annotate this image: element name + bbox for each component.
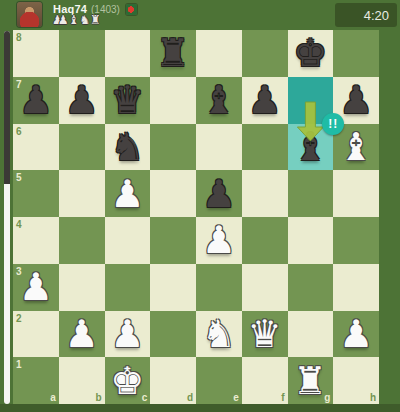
square-c5[interactable]: ♟ [105,170,151,217]
piece-black-king[interactable]: ♚ [288,30,334,77]
captured-rook-icon: ♜ [90,14,101,26]
flag-icon [126,4,137,15]
piece-black-pawn[interactable]: ♟ [196,170,242,217]
file-label-g: g [324,392,330,403]
rank-label-5: 5 [16,172,22,183]
piece-white-queen[interactable]: ♛ [242,311,288,358]
square-d3[interactable] [150,264,196,311]
piece-black-knight[interactable]: ♞ [105,124,151,171]
square-e3[interactable] [196,264,242,311]
piece-white-pawn[interactable]: ♟ [105,170,151,217]
square-a5[interactable]: 5 [13,170,59,217]
captured-pawn-icon: ♟ [58,14,69,26]
rank-label-4: 4 [16,219,22,230]
square-d4[interactable] [150,217,196,264]
square-c3[interactable] [105,264,151,311]
piece-black-pawn[interactable]: ♟ [242,77,288,124]
captured-pieces-tray: ♟♟♝♞♜ [52,13,101,27]
square-g8[interactable]: ♚ [288,30,334,77]
square-c2[interactable]: ♟ [105,311,151,358]
square-h8[interactable] [333,30,379,77]
piece-black-bishop[interactable]: ♝ [196,77,242,124]
piece-white-pawn[interactable]: ♟ [196,217,242,264]
rank-label-8: 8 [16,32,22,43]
piece-black-rook[interactable]: ♜ [150,30,196,77]
square-g1[interactable]: g♜ [288,357,334,404]
square-b1[interactable]: b [59,357,105,404]
piece-black-pawn[interactable]: ♟ [59,77,105,124]
square-f1[interactable]: f [242,357,288,404]
square-d8[interactable]: ♜ [150,30,196,77]
square-a1[interactable]: 1a [13,357,59,404]
file-label-c: c [142,392,148,403]
bottom-strip [0,404,400,412]
square-e8[interactable] [196,30,242,77]
square-b3[interactable] [59,264,105,311]
piece-white-pawn[interactable]: ♟ [333,311,379,358]
file-label-f: f [281,392,284,403]
square-a2[interactable]: 2 [13,311,59,358]
square-b7[interactable]: ♟ [59,77,105,124]
rank-label-2: 2 [16,313,22,324]
square-f6[interactable] [242,124,288,171]
chess-board[interactable]: 8♜♚7♟♟♛♝♟♟6♞♝♝5♟♟4♟3♟2♟♟♞♛♟1abc♚defg♜h !… [13,30,379,404]
file-label-h: h [370,392,376,403]
square-b8[interactable] [59,30,105,77]
square-e5[interactable]: ♟ [196,170,242,217]
file-label-b: b [95,392,101,403]
square-h3[interactable] [333,264,379,311]
piece-black-queen[interactable]: ♛ [105,77,151,124]
square-a6[interactable]: 6 [13,124,59,171]
square-g4[interactable] [288,217,334,264]
square-e6[interactable] [196,124,242,171]
square-b2[interactable]: ♟ [59,311,105,358]
square-f3[interactable] [242,264,288,311]
captured-bishop-icon: ♝ [69,14,80,26]
rank-label-7: 7 [16,79,22,90]
captured-knight-icon: ♞ [79,14,90,26]
square-h2[interactable]: ♟ [333,311,379,358]
evaluation-bar [4,31,10,404]
square-c7[interactable]: ♛ [105,77,151,124]
piece-white-knight[interactable]: ♞ [196,311,242,358]
square-h1[interactable]: h [333,357,379,404]
square-b6[interactable] [59,124,105,171]
file-label-e: e [233,392,239,403]
piece-white-pawn[interactable]: ♟ [59,311,105,358]
square-g2[interactable] [288,311,334,358]
square-c6[interactable]: ♞ [105,124,151,171]
file-label-d: d [187,392,193,403]
square-c8[interactable] [105,30,151,77]
top-player-bar: Haq74 (1403) ♟♟♝♞♜ 4:20 [0,0,400,30]
piece-white-pawn[interactable]: ♟ [105,311,151,358]
square-a8[interactable]: 8 [13,30,59,77]
square-e2[interactable]: ♞ [196,311,242,358]
square-f5[interactable] [242,170,288,217]
square-d1[interactable]: d [150,357,196,404]
square-h4[interactable] [333,217,379,264]
square-g5[interactable] [288,170,334,217]
square-d7[interactable] [150,77,196,124]
file-label-a: a [50,392,56,403]
rank-label-1: 1 [16,359,22,370]
square-a4[interactable]: 4 [13,217,59,264]
square-e7[interactable]: ♝ [196,77,242,124]
square-f8[interactable] [242,30,288,77]
brilliant-move-badge: !! [322,113,344,135]
square-b4[interactable] [59,217,105,264]
square-c4[interactable] [105,217,151,264]
player-avatar[interactable] [17,2,42,27]
square-h5[interactable] [333,170,379,217]
square-e1[interactable]: e [196,357,242,404]
rank-label-6: 6 [16,126,22,137]
square-c1[interactable]: c♚ [105,357,151,404]
square-e4[interactable]: ♟ [196,217,242,264]
square-d2[interactable] [150,311,196,358]
rank-label-3: 3 [16,266,22,277]
square-a7[interactable]: 7♟ [13,77,59,124]
square-f4[interactable] [242,217,288,264]
player-clock: 4:20 [335,3,397,27]
square-a3[interactable]: 3♟ [13,264,59,311]
square-d6[interactable] [150,124,196,171]
square-f7[interactable]: ♟ [242,77,288,124]
square-f2[interactable]: ♛ [242,311,288,358]
square-d5[interactable] [150,170,196,217]
square-g3[interactable] [288,264,334,311]
square-b5[interactable] [59,170,105,217]
evaluation-bar-black [4,31,10,184]
